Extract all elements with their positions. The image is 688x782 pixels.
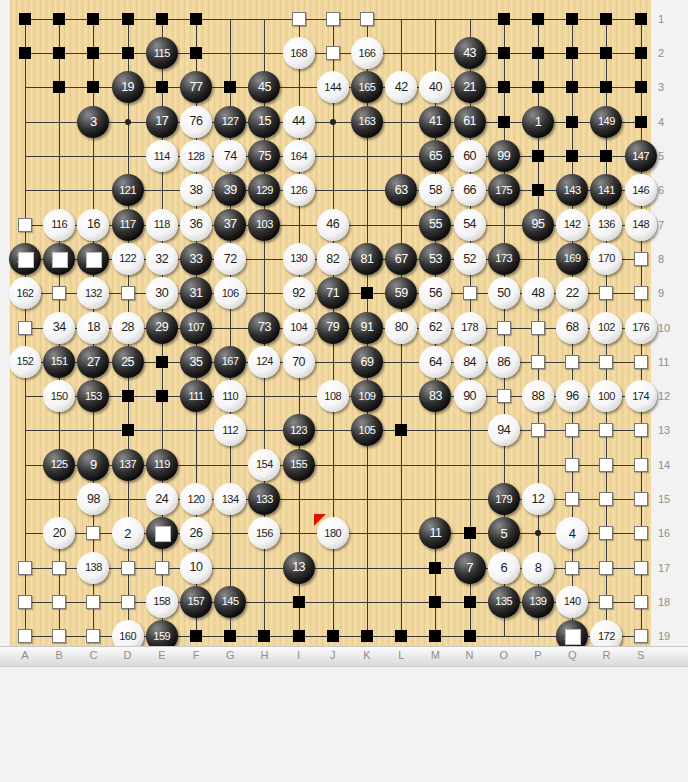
stone-K11: 69 (351, 346, 383, 378)
stone-O9: 50 (488, 277, 520, 309)
dead-stone-marker (18, 252, 34, 268)
move-number: 19 (121, 81, 134, 94)
move-number: 154 (256, 459, 273, 470)
stone-P7: 95 (522, 209, 554, 241)
black-territory-marker (566, 81, 578, 93)
stone-K8: 81 (351, 243, 383, 275)
stone-E8: 32 (146, 243, 178, 275)
move-number: 55 (429, 218, 442, 231)
stone-N3: 21 (454, 71, 486, 103)
stone-K10: 91 (351, 312, 383, 344)
row-label-14: 14 (658, 459, 678, 471)
white-territory-marker (634, 355, 648, 369)
white-territory-marker (18, 321, 32, 335)
row-label-12: 12 (658, 390, 678, 402)
column-label-C: C (83, 649, 103, 661)
black-territory-marker (122, 424, 134, 436)
move-number: 67 (395, 253, 408, 266)
move-number: 35 (190, 356, 203, 369)
move-number: 163 (359, 116, 376, 127)
move-number: 121 (119, 185, 136, 196)
stone-J9: 71 (317, 277, 349, 309)
row-label-13: 13 (658, 424, 678, 436)
white-territory-marker (565, 458, 579, 472)
stone-G15: 134 (214, 483, 246, 515)
stone-N2: 43 (454, 37, 486, 69)
move-number: 103 (256, 219, 273, 230)
stone-F18: 157 (180, 586, 212, 618)
move-number: 88 (532, 390, 545, 403)
move-number: 115 (154, 48, 170, 59)
stone-F17: 10 (180, 552, 212, 584)
stone-N12: 90 (454, 380, 486, 412)
black-territory-marker (19, 47, 31, 59)
move-number: 91 (361, 321, 374, 334)
black-territory-marker (361, 630, 373, 642)
white-territory-marker (599, 423, 613, 437)
move-number: 27 (87, 356, 100, 369)
move-number: 8 (535, 561, 542, 574)
move-number: 80 (395, 321, 408, 334)
black-territory-marker (190, 47, 202, 59)
move-number: 68 (566, 321, 579, 334)
move-number: 38 (190, 184, 203, 197)
column-label-G: G (220, 649, 240, 661)
white-territory-marker (52, 595, 66, 609)
move-number: 39 (224, 184, 237, 197)
white-territory-marker (121, 561, 135, 575)
stone-S10: 176 (625, 312, 657, 344)
star-point (125, 119, 131, 125)
stone-C10: 18 (77, 312, 109, 344)
black-territory-marker (87, 81, 99, 93)
black-territory-marker (190, 13, 202, 25)
row-label-8: 8 (658, 253, 678, 265)
column-label-K: K (357, 649, 377, 661)
stone-D14: 137 (112, 449, 144, 481)
row-label-2: 2 (658, 47, 678, 59)
move-number: 73 (258, 321, 271, 334)
move-number: 157 (188, 596, 205, 607)
white-territory-marker (634, 286, 648, 300)
column-label-H: H (254, 649, 274, 661)
move-number: 111 (188, 391, 203, 402)
move-number: 109 (359, 391, 376, 402)
stone-J10: 79 (317, 312, 349, 344)
move-number: 135 (495, 596, 512, 607)
move-number: 11 (429, 527, 441, 540)
move-number: 152 (17, 356, 34, 367)
move-number: 156 (256, 528, 273, 539)
stone-I11: 70 (283, 346, 315, 378)
stone-O8: 173 (488, 243, 520, 275)
stone-C17: 138 (77, 552, 109, 584)
move-number: 119 (154, 459, 170, 470)
move-number: 43 (463, 47, 476, 60)
stone-E18: 158 (146, 586, 178, 618)
black-territory-marker (293, 596, 305, 608)
move-number: 132 (85, 288, 102, 299)
black-territory-marker (190, 630, 202, 642)
stone-Q8: 169 (556, 243, 588, 275)
stone-F11: 35 (180, 346, 212, 378)
move-number: 41 (429, 115, 442, 128)
white-territory-marker (565, 492, 579, 506)
stone-A8: 161 (9, 243, 41, 275)
move-number: 10 (190, 561, 203, 574)
move-number: 127 (222, 116, 239, 127)
stone-K12: 109 (351, 380, 383, 412)
stone-C11: 27 (77, 346, 109, 378)
move-number: 21 (463, 81, 476, 94)
move-number: 18 (87, 321, 100, 334)
stone-G11: 167 (214, 346, 246, 378)
stone-I6: 126 (283, 174, 315, 206)
column-label-A: A (15, 649, 35, 661)
black-territory-marker (600, 13, 612, 25)
black-territory-marker (566, 150, 578, 162)
stone-I9: 92 (283, 277, 315, 309)
move-number: 104 (290, 322, 307, 333)
stone-O11: 86 (488, 346, 520, 378)
white-territory-marker (531, 321, 545, 335)
white-territory-marker (18, 218, 32, 232)
move-number: 142 (564, 219, 581, 230)
stone-B10: 34 (43, 312, 75, 344)
stone-D8: 122 (112, 243, 144, 275)
stone-F5: 128 (180, 140, 212, 172)
move-number: 30 (155, 287, 168, 300)
move-number: 159 (153, 631, 170, 642)
black-territory-marker (498, 47, 510, 59)
stone-E9: 30 (146, 277, 178, 309)
stone-E2: 115 (146, 37, 178, 69)
black-territory-marker (498, 13, 510, 25)
move-number: 16 (87, 218, 100, 231)
move-number: 79 (326, 321, 339, 334)
move-number: 74 (224, 150, 237, 163)
stone-E7: 118 (146, 209, 178, 241)
move-number: 24 (155, 493, 168, 506)
stone-E14: 119 (146, 449, 178, 481)
move-number: 137 (119, 459, 136, 470)
black-territory-marker (156, 356, 168, 368)
stone-I17: 13 (283, 552, 315, 584)
move-number: 81 (361, 253, 374, 266)
stone-Q10: 68 (556, 312, 588, 344)
white-territory-marker (599, 492, 613, 506)
move-number: 46 (326, 218, 339, 231)
black-territory-marker (498, 81, 510, 93)
white-territory-marker (634, 561, 648, 575)
star-point (330, 119, 336, 125)
move-number: 128 (188, 151, 205, 162)
stone-C14: 9 (77, 449, 109, 481)
black-territory-marker (224, 81, 236, 93)
black-territory-marker (87, 47, 99, 59)
move-number: 56 (429, 287, 442, 300)
move-number: 114 (154, 151, 170, 162)
stone-L10: 80 (385, 312, 417, 344)
black-territory-marker (53, 13, 65, 25)
white-territory-marker (18, 561, 32, 575)
black-territory-marker (327, 630, 339, 642)
stone-E4: 17 (146, 106, 178, 138)
black-territory-marker (156, 81, 168, 93)
move-number: 36 (190, 218, 203, 231)
stone-F9: 31 (180, 277, 212, 309)
move-number: 146 (632, 185, 649, 196)
move-number: 64 (429, 356, 442, 369)
move-number: 112 (222, 425, 238, 436)
stone-D11: 25 (112, 346, 144, 378)
stone-S12: 174 (625, 380, 657, 412)
black-territory-marker (532, 184, 544, 196)
stone-N5: 60 (454, 140, 486, 172)
row-label-15: 15 (658, 493, 678, 505)
viewer-window: 1151681664319774514416542402131776127154… (0, 0, 688, 782)
black-territory-marker (635, 13, 647, 25)
move-number: 66 (463, 184, 476, 197)
move-number: 175 (495, 185, 512, 196)
stone-S5: 147 (625, 140, 657, 172)
row-label-19: 19 (658, 630, 678, 642)
stone-D16: 2 (112, 517, 144, 549)
stone-R7: 136 (590, 209, 622, 241)
stone-I4: 44 (283, 106, 315, 138)
black-territory-marker (395, 424, 407, 436)
move-number: 106 (222, 288, 239, 299)
black-territory-marker (566, 13, 578, 25)
move-number: 155 (290, 459, 307, 470)
stone-P15: 12 (522, 483, 554, 515)
move-number: 31 (190, 287, 203, 300)
column-label-P: P (528, 649, 548, 661)
black-territory-marker (464, 527, 476, 539)
move-number: 100 (598, 391, 615, 402)
move-number: 58 (429, 184, 442, 197)
stone-J16: 180 (317, 517, 349, 549)
stone-D3: 19 (112, 71, 144, 103)
stone-O5: 99 (488, 140, 520, 172)
column-label-Q: Q (562, 649, 582, 661)
white-territory-marker (599, 458, 613, 472)
stone-E15: 24 (146, 483, 178, 515)
move-number: 84 (463, 356, 476, 369)
white-territory-marker (634, 595, 648, 609)
black-territory-marker (361, 287, 373, 299)
stone-A11: 152 (9, 346, 41, 378)
move-number: 141 (598, 185, 615, 196)
white-territory-marker (634, 492, 648, 506)
white-territory-marker (121, 286, 135, 300)
move-number: 33 (190, 253, 203, 266)
move-number: 26 (190, 527, 203, 540)
black-territory-marker (464, 630, 476, 642)
move-number: 149 (598, 116, 615, 127)
toolbar: |◀◀5◀▶5▶▶| go 0.5초 ▼ 저장 인쇄 형세 포석 나가기 반면 … (0, 667, 688, 782)
white-territory-marker (52, 286, 66, 300)
move-number: 174 (632, 391, 649, 402)
move-number: 134 (222, 494, 239, 505)
black-territory-marker (19, 13, 31, 25)
stone-C7: 16 (77, 209, 109, 241)
move-number: 62 (429, 321, 442, 334)
white-territory-marker (463, 286, 477, 300)
move-number: 165 (359, 82, 376, 93)
black-territory-marker (156, 390, 168, 402)
white-territory-marker (599, 526, 613, 540)
stone-N10: 178 (454, 312, 486, 344)
white-territory-marker (497, 321, 511, 335)
move-number: 52 (463, 253, 476, 266)
dead-stone-marker (155, 526, 171, 542)
move-number: 86 (497, 356, 510, 369)
stone-O16: 5 (488, 517, 520, 549)
stone-J12: 108 (317, 380, 349, 412)
stone-I14: 155 (283, 449, 315, 481)
move-number: 42 (395, 81, 408, 94)
move-number: 4 (569, 527, 576, 540)
row-label-4: 4 (658, 116, 678, 128)
move-number: 15 (258, 115, 271, 128)
white-territory-marker (292, 12, 306, 26)
stone-P17: 8 (522, 552, 554, 584)
column-label-D: D (118, 649, 138, 661)
stone-H4: 15 (248, 106, 280, 138)
move-number: 50 (497, 287, 510, 300)
column-label-J: J (323, 649, 343, 661)
move-number: 151 (51, 356, 68, 367)
stone-B7: 116 (43, 209, 75, 241)
stone-H7: 103 (248, 209, 280, 241)
move-number: 129 (256, 185, 273, 196)
black-territory-marker (566, 47, 578, 59)
column-label-R: R (596, 649, 616, 661)
move-number: 107 (188, 322, 205, 333)
stone-M4: 41 (419, 106, 451, 138)
white-territory-marker (360, 12, 374, 26)
move-number: 37 (224, 218, 237, 231)
move-number: 40 (429, 81, 442, 94)
stone-N17: 7 (454, 552, 486, 584)
stone-B8: 131 (43, 243, 75, 275)
move-number: 77 (190, 81, 203, 94)
move-number: 162 (17, 288, 34, 299)
column-label-O: O (494, 649, 514, 661)
dead-stone-marker (52, 252, 68, 268)
white-territory-marker (634, 458, 648, 472)
move-number: 69 (361, 356, 374, 369)
move-number: 94 (497, 424, 510, 437)
stone-L8: 67 (385, 243, 417, 275)
move-number: 167 (222, 356, 239, 367)
move-number: 32 (155, 253, 168, 266)
move-number: 122 (119, 253, 136, 264)
stone-P9: 48 (522, 277, 554, 309)
white-territory-marker (565, 561, 579, 575)
stone-G5: 74 (214, 140, 246, 172)
stone-J3: 144 (317, 71, 349, 103)
stone-E5: 114 (146, 140, 178, 172)
move-number: 169 (564, 253, 581, 264)
black-territory-marker (532, 81, 544, 93)
stone-H14: 154 (248, 449, 280, 481)
move-number: 54 (463, 218, 476, 231)
stone-F8: 33 (180, 243, 212, 275)
black-territory-marker (566, 116, 578, 128)
move-number: 90 (463, 390, 476, 403)
dead-stone-marker (565, 629, 581, 645)
move-number: 168 (290, 48, 307, 59)
move-number: 34 (53, 321, 66, 334)
black-territory-marker (429, 562, 441, 574)
black-territory-marker (122, 390, 134, 402)
move-number: 176 (632, 322, 649, 333)
black-territory-marker (224, 630, 236, 642)
stone-R4: 149 (590, 106, 622, 138)
move-number: 75 (258, 150, 271, 163)
stone-F4: 76 (180, 106, 212, 138)
row-label-18: 18 (658, 596, 678, 608)
move-number: 166 (359, 48, 376, 59)
move-number: 99 (497, 150, 510, 163)
stone-Q7: 142 (556, 209, 588, 241)
move-number: 126 (290, 185, 307, 196)
move-number: 160 (119, 631, 136, 642)
grid-line (25, 430, 642, 431)
stone-C4: 3 (77, 106, 109, 138)
stone-I10: 104 (283, 312, 315, 344)
stone-D10: 28 (112, 312, 144, 344)
row-label-6: 6 (658, 184, 678, 196)
white-territory-marker (155, 561, 169, 575)
black-territory-marker (156, 13, 168, 25)
move-number: 65 (429, 150, 442, 163)
stone-G7: 37 (214, 209, 246, 241)
white-territory-marker (599, 355, 613, 369)
row-label-10: 10 (658, 322, 678, 334)
stone-N8: 52 (454, 243, 486, 275)
white-territory-marker (531, 423, 545, 437)
black-territory-marker (600, 47, 612, 59)
stone-O18: 135 (488, 586, 520, 618)
white-territory-marker (634, 526, 648, 540)
column-label-I: I (289, 649, 309, 661)
black-territory-marker (635, 81, 647, 93)
move-number: 170 (598, 253, 615, 264)
white-territory-marker (565, 355, 579, 369)
move-number: 48 (532, 287, 545, 300)
move-number: 29 (155, 321, 168, 334)
move-number: 20 (53, 527, 66, 540)
black-territory-marker (53, 81, 65, 93)
move-number: 17 (155, 115, 168, 128)
move-number: 61 (463, 115, 476, 128)
move-number: 1 (535, 115, 542, 128)
black-territory-marker (635, 47, 647, 59)
white-territory-marker (599, 286, 613, 300)
stone-O17: 6 (488, 552, 520, 584)
stone-K4: 163 (351, 106, 383, 138)
move-number: 148 (632, 219, 649, 230)
stone-F12: 111 (180, 380, 212, 412)
move-number: 172 (598, 631, 615, 642)
black-territory-marker (464, 596, 476, 608)
move-number: 120 (188, 494, 205, 505)
stone-F10: 107 (180, 312, 212, 344)
stone-G8: 72 (214, 243, 246, 275)
